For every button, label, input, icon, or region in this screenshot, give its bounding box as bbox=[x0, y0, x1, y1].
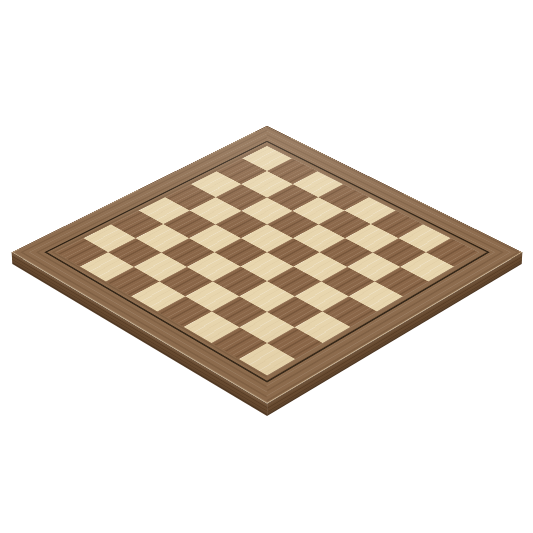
board-top-face bbox=[11, 125, 522, 403]
chessboard bbox=[12, 136, 521, 415]
playing-field bbox=[55, 146, 478, 375]
product-photo-background bbox=[0, 0, 533, 533]
